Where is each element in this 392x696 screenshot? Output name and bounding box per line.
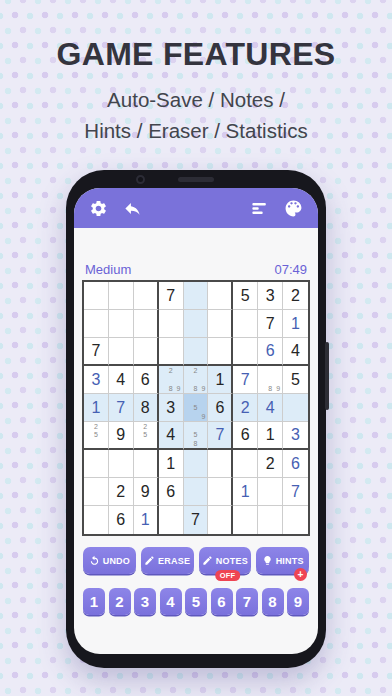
cell-r3c2[interactable] (109, 338, 134, 366)
cell-r2c3[interactable] (134, 310, 159, 338)
pencil-icon (202, 555, 213, 566)
cell-r3c6[interactable] (208, 338, 233, 366)
earpiece-speaker (178, 177, 214, 182)
cell-r5c5[interactable]: 59 (184, 394, 209, 422)
undo-button[interactable]: UNDO (83, 547, 136, 574)
cell-r7c6[interactable] (208, 450, 233, 478)
difficulty-label: Medium (85, 262, 131, 277)
notes-button[interactable]: NOTESOFF (199, 547, 252, 574)
page-title: GAME FEATURES (0, 36, 392, 73)
cell-r2c1[interactable] (84, 310, 109, 338)
action-buttons: UNDOERASENOTESOFFHINTS+ (74, 547, 318, 574)
num-5-button[interactable]: 5 (185, 588, 207, 615)
cell-r8c4[interactable]: 6 (159, 478, 184, 506)
cell-r6c6[interactable]: 7 (208, 422, 233, 450)
cell-r8c9[interactable]: 7 (283, 478, 308, 506)
hints-button[interactable]: HINTS+ (256, 547, 309, 574)
undo-arrow-icon[interactable] (123, 199, 142, 218)
number-pad: 123456789 (74, 588, 318, 615)
cell-r7c1[interactable] (84, 450, 109, 478)
cell-r3c4[interactable] (159, 338, 184, 366)
theme-palette-icon[interactable] (284, 199, 303, 218)
cell-r3c1[interactable]: 7 (84, 338, 109, 366)
stats-list-icon[interactable] (250, 199, 269, 218)
pencil-notes: 25 (84, 422, 108, 448)
cell-r2c8[interactable]: 7 (258, 310, 283, 338)
num-9-button[interactable]: 9 (287, 588, 309, 615)
cell-r2c9[interactable]: 1 (283, 310, 308, 338)
cell-r7c4[interactable]: 1 (159, 450, 184, 478)
cell-r5c6[interactable]: 6 (208, 394, 233, 422)
cell-r9c2[interactable]: 6 (109, 506, 134, 534)
cell-r5c7[interactable]: 2 (233, 394, 258, 422)
subtitle-line-1: Auto-Save / Notes / (0, 85, 392, 116)
cell-r3c5[interactable] (184, 338, 209, 366)
hero-section: GAME FEATURES Auto-Save / Notes / Hints … (0, 0, 392, 147)
hints-badge: + (294, 568, 307, 581)
cell-r9c4[interactable] (159, 506, 184, 534)
cell-r6c4[interactable]: 4 (159, 422, 184, 450)
cell-r9c6[interactable] (208, 506, 233, 534)
cell-r1c5[interactable] (184, 282, 209, 310)
num-3-button[interactable]: 3 (134, 588, 156, 615)
num-6-button[interactable]: 6 (211, 588, 233, 615)
cell-r5c1[interactable]: 1 (84, 394, 109, 422)
num-8-button[interactable]: 8 (262, 588, 284, 615)
num-1-button[interactable]: 1 (83, 588, 105, 615)
num-4-button[interactable]: 4 (160, 588, 182, 615)
cell-r5c9[interactable] (283, 394, 308, 422)
erase-button[interactable]: ERASE (141, 547, 194, 574)
num-2-button[interactable]: 2 (109, 588, 131, 615)
cell-r9c5[interactable]: 7 (184, 506, 209, 534)
cell-r3c9[interactable]: 4 (283, 338, 308, 366)
pencil-notes: 25 (134, 422, 157, 448)
cell-r9c9[interactable] (283, 506, 308, 534)
cell-r9c1[interactable] (84, 506, 109, 534)
phone-screen: Medium 07:49 753271764346289289178951783… (74, 188, 318, 654)
cell-r5c2[interactable]: 7 (109, 394, 134, 422)
cell-r6c3[interactable]: 25 (134, 422, 159, 450)
cell-r6c7[interactable]: 6 (233, 422, 258, 450)
timer-label: 07:49 (274, 262, 307, 277)
pencil-notes: 89 (258, 366, 282, 393)
cell-r9c7[interactable] (233, 506, 258, 534)
cell-r7c2[interactable] (109, 450, 134, 478)
cell-r1c3[interactable] (134, 282, 159, 310)
cell-r1c4[interactable]: 7 (159, 282, 184, 310)
undo-label: UNDO (103, 556, 130, 566)
cell-r8c6[interactable] (208, 478, 233, 506)
front-camera (136, 175, 145, 184)
cell-r7c9[interactable]: 6 (283, 450, 308, 478)
cell-r6c2[interactable]: 9 (109, 422, 134, 450)
cell-r7c5[interactable] (184, 450, 209, 478)
cell-r4c6[interactable]: 1 (208, 366, 233, 394)
cell-r6c5[interactable]: 58 (184, 422, 209, 450)
pencil-notes: 59 (184, 394, 208, 421)
cell-r9c8[interactable] (258, 506, 283, 534)
hints-label: HINTS (276, 556, 304, 566)
phone-mockup: Medium 07:49 753271764346289289178951783… (66, 170, 326, 668)
cell-r3c8[interactable]: 6 (258, 338, 283, 366)
cell-r1c1[interactable] (84, 282, 109, 310)
cell-r7c7[interactable] (233, 450, 258, 478)
cell-r2c4[interactable] (159, 310, 184, 338)
cell-r4c3[interactable]: 6 (134, 366, 159, 394)
pencil-notes: 58 (184, 422, 208, 448)
cell-r1c9[interactable]: 2 (283, 282, 308, 310)
cell-r5c3[interactable]: 8 (134, 394, 159, 422)
cell-r4c9[interactable]: 5 (283, 366, 308, 394)
cell-r4c7[interactable]: 7 (233, 366, 258, 394)
cell-r6c9[interactable]: 3 (283, 422, 308, 450)
cell-r4c4[interactable]: 289 (159, 366, 184, 394)
cell-r1c6[interactable] (208, 282, 233, 310)
pencil-eraser-icon (144, 555, 155, 566)
cell-r7c3[interactable] (134, 450, 159, 478)
cell-r4c1[interactable]: 3 (84, 366, 109, 394)
cell-r2c2[interactable] (109, 310, 134, 338)
cell-r4c8[interactable]: 89 (258, 366, 283, 394)
subtitle-line-2: Hints / Eraser / Statistics (0, 116, 392, 147)
cell-r3c7[interactable] (233, 338, 258, 366)
app-top-bar (74, 188, 318, 228)
cell-r8c5[interactable] (184, 478, 209, 506)
cell-r8c1[interactable] (84, 478, 109, 506)
sudoku-grid: 7532717643462892891789517835962425925458… (82, 280, 310, 536)
cell-r7c8[interactable]: 2 (258, 450, 283, 478)
erase-label: ERASE (158, 556, 190, 566)
num-7-button[interactable]: 7 (236, 588, 258, 615)
notes-label: NOTES (216, 556, 248, 566)
cell-r8c8[interactable] (258, 478, 283, 506)
power-button (325, 342, 329, 410)
settings-gear-icon[interactable] (89, 199, 108, 218)
cell-r5c8[interactable]: 4 (258, 394, 283, 422)
cell-r4c2[interactable]: 4 (109, 366, 134, 394)
cell-r6c1[interactable]: 25 (84, 422, 109, 450)
cell-r1c8[interactable]: 3 (258, 282, 283, 310)
cell-r2c7[interactable] (233, 310, 258, 338)
pencil-notes: 289 (184, 366, 208, 393)
cell-r8c2[interactable]: 2 (109, 478, 134, 506)
status-row: Medium 07:49 (74, 262, 318, 277)
cell-r1c7[interactable]: 5 (233, 282, 258, 310)
lightbulb-icon (262, 555, 273, 566)
cell-r8c7[interactable]: 1 (233, 478, 258, 506)
cell-r4c5[interactable]: 289 (184, 366, 209, 394)
notes-badge: OFF (215, 570, 241, 582)
cell-r2c6[interactable] (208, 310, 233, 338)
cell-r9c3[interactable]: 1 (134, 506, 159, 534)
pencil-notes: 289 (159, 366, 183, 393)
cell-r1c2[interactable] (109, 282, 134, 310)
undo-rotate-icon (89, 555, 100, 566)
cell-r8c3[interactable]: 9 (134, 478, 159, 506)
cell-r2c5[interactable] (184, 310, 209, 338)
cell-r6c8[interactable]: 1 (258, 422, 283, 450)
cell-r5c4[interactable]: 3 (159, 394, 184, 422)
cell-r3c3[interactable] (134, 338, 159, 366)
